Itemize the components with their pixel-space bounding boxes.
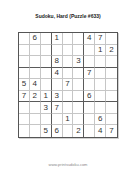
- sudoku-cell-empty[interactable]: [95, 68, 106, 80]
- sudoku-cell-given: 2: [30, 91, 41, 103]
- sudoku-cell-empty[interactable]: [106, 114, 117, 126]
- sudoku-cell-empty[interactable]: [73, 68, 84, 80]
- sudoku-cell-given: 7: [52, 102, 63, 114]
- sudoku-cell-empty[interactable]: [41, 56, 52, 68]
- sudoku-grid: 614712834754772136371656247: [18, 32, 118, 138]
- sudoku-cell-given: 4: [84, 33, 95, 45]
- sudoku-cell-empty[interactable]: [63, 68, 74, 80]
- sudoku-cell-empty[interactable]: [19, 114, 30, 126]
- sudoku-cell-empty[interactable]: [41, 45, 52, 57]
- sudoku-cell-given: 4: [30, 79, 41, 91]
- sudoku-cell-empty[interactable]: [84, 125, 95, 137]
- sudoku-cell-empty[interactable]: [73, 102, 84, 114]
- sudoku-cell-given: 3: [41, 102, 52, 114]
- sudoku-cell-empty[interactable]: [41, 114, 52, 126]
- sudoku-cell-empty[interactable]: [30, 102, 41, 114]
- sudoku-cell-empty[interactable]: [63, 45, 74, 57]
- sudoku-page: Sudoku, Hard (Puzzle #633) 6147128347547…: [0, 0, 136, 176]
- sudoku-cell-empty[interactable]: [95, 79, 106, 91]
- sudoku-cell-empty[interactable]: [106, 91, 117, 103]
- sudoku-cell-empty[interactable]: [52, 114, 63, 126]
- sudoku-cell-empty[interactable]: [106, 102, 117, 114]
- sudoku-cell-given: 7: [19, 91, 30, 103]
- sudoku-cell-given: 1: [95, 45, 106, 57]
- sudoku-cell-given: 5: [41, 125, 52, 137]
- sudoku-cell-empty[interactable]: [84, 79, 95, 91]
- sudoku-cell-given: 1: [63, 114, 74, 126]
- sudoku-cell-empty[interactable]: [41, 79, 52, 91]
- sudoku-cell-empty[interactable]: [30, 125, 41, 137]
- sudoku-cell-given: 4: [52, 68, 63, 80]
- sudoku-cell-empty[interactable]: [73, 91, 84, 103]
- sudoku-cell-empty[interactable]: [73, 45, 84, 57]
- sudoku-cell-given: 6: [95, 114, 106, 126]
- sudoku-cell-given: 2: [73, 125, 84, 137]
- sudoku-cell-empty[interactable]: [84, 45, 95, 57]
- sudoku-cell-given: 7: [95, 33, 106, 45]
- sudoku-cell-empty[interactable]: [19, 56, 30, 68]
- sudoku-cell-empty[interactable]: [30, 114, 41, 126]
- sudoku-cell-empty[interactable]: [106, 68, 117, 80]
- sudoku-cell-empty[interactable]: [52, 45, 63, 57]
- sudoku-cell-empty[interactable]: [30, 45, 41, 57]
- sudoku-cell-empty[interactable]: [63, 125, 74, 137]
- sudoku-cell-empty[interactable]: [73, 79, 84, 91]
- sudoku-cell-empty[interactable]: [95, 91, 106, 103]
- sudoku-cell-empty[interactable]: [63, 33, 74, 45]
- sudoku-cell-empty[interactable]: [19, 125, 30, 137]
- sudoku-cell-given: 7: [63, 79, 74, 91]
- sudoku-cell-given: 1: [52, 33, 63, 45]
- sudoku-cell-empty[interactable]: [19, 33, 30, 45]
- sudoku-cell-given: 6: [30, 33, 41, 45]
- sudoku-cell-given: 1: [41, 91, 52, 103]
- sudoku-cell-empty[interactable]: [30, 68, 41, 80]
- sudoku-cell-given: 6: [52, 125, 63, 137]
- sudoku-cell-empty[interactable]: [63, 91, 74, 103]
- sudoku-cell-given: 3: [73, 56, 84, 68]
- sudoku-cell-given: 5: [19, 79, 30, 91]
- sudoku-cell-empty[interactable]: [95, 56, 106, 68]
- sudoku-cell-given: 7: [106, 125, 117, 137]
- sudoku-cell-empty[interactable]: [106, 33, 117, 45]
- sudoku-cell-empty[interactable]: [19, 68, 30, 80]
- sudoku-cell-empty[interactable]: [19, 102, 30, 114]
- sudoku-cell-given: 6: [84, 91, 95, 103]
- sudoku-cell-given: 4: [95, 125, 106, 137]
- sudoku-cell-given: 3: [52, 91, 63, 103]
- sudoku-cell-empty[interactable]: [19, 45, 30, 57]
- sudoku-cell-empty[interactable]: [63, 102, 74, 114]
- sudoku-cell-empty[interactable]: [52, 79, 63, 91]
- sudoku-cell-empty[interactable]: [84, 56, 95, 68]
- sudoku-cell-empty[interactable]: [84, 102, 95, 114]
- sudoku-cell-given: 2: [106, 45, 117, 57]
- sudoku-cell-empty[interactable]: [106, 79, 117, 91]
- sudoku-cell-empty[interactable]: [84, 114, 95, 126]
- page-title: Sudoku, Hard (Puzzle #633): [0, 13, 136, 19]
- sudoku-cell-given: 8: [52, 56, 63, 68]
- sudoku-cell-empty[interactable]: [73, 114, 84, 126]
- sudoku-cell-empty[interactable]: [30, 56, 41, 68]
- footer-url: www.printsudoku.com: [0, 162, 136, 167]
- sudoku-cell-empty[interactable]: [73, 33, 84, 45]
- sudoku-cell-empty[interactable]: [106, 56, 117, 68]
- sudoku-cell-empty[interactable]: [41, 33, 52, 45]
- sudoku-cell-empty[interactable]: [95, 102, 106, 114]
- sudoku-cell-empty[interactable]: [63, 56, 74, 68]
- sudoku-cell-empty[interactable]: [41, 68, 52, 80]
- sudoku-cell-given: 7: [84, 68, 95, 80]
